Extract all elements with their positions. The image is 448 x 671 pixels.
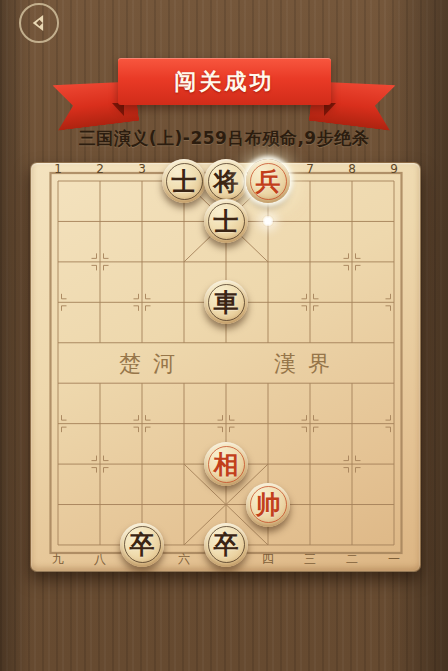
piece-glyph: 兵: [256, 169, 281, 194]
piece-glyph: 将: [214, 169, 239, 194]
piece-grid: 士将兵士車相帅卒卒: [37, 161, 415, 565]
piece-red-相[interactable]: 相: [204, 442, 248, 486]
piece-black-士[interactable]: 士: [204, 199, 248, 243]
ribbon-center: 闯关成功: [118, 58, 331, 105]
piece-black-将[interactable]: 将: [204, 159, 248, 203]
piece-black-卒[interactable]: 卒: [120, 523, 164, 567]
last-move-origin-marker: [262, 215, 274, 227]
piece-black-卒[interactable]: 卒: [204, 523, 248, 567]
puzzle-title: 三国演义(上)-259吕布殒命,9步绝杀: [0, 127, 448, 150]
back-button[interactable]: [19, 3, 59, 43]
piece-glyph: 卒: [130, 532, 155, 557]
banner-text: 闯关成功: [175, 67, 275, 97]
success-banner: 闯关成功: [0, 55, 448, 133]
piece-black-車[interactable]: 車: [204, 280, 248, 324]
piece-red-兵[interactable]: 兵: [246, 159, 290, 203]
piece-red-帅[interactable]: 帅: [246, 483, 290, 527]
piece-glyph: 士: [172, 169, 197, 194]
back-arrow-icon: [29, 13, 49, 33]
piece-glyph: 相: [214, 452, 239, 477]
piece-glyph: 車: [214, 290, 239, 315]
piece-glyph: 帅: [256, 492, 281, 517]
piece-glyph: 卒: [214, 532, 239, 557]
xiangqi-board: 楚河 漢界 123456789九八七六五四三二一 士将兵士車相帅卒卒: [30, 162, 421, 572]
piece-black-士[interactable]: 士: [162, 159, 206, 203]
piece-glyph: 士: [214, 209, 239, 234]
